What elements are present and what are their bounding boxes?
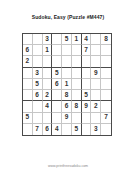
cell-r1c8: [91, 34, 101, 45]
cell-r7c9: [101, 101, 111, 112]
cell-r9c5: [62, 124, 72, 135]
cell-r2c5: [62, 45, 72, 56]
cell-r7c4: [52, 101, 62, 112]
cell-r1c5: 5: [62, 34, 72, 45]
cell-r5c7: [82, 79, 92, 90]
cell-r9c1: [23, 124, 33, 135]
cell-r5c3: [43, 79, 53, 90]
cell-r4c8: 9: [91, 68, 101, 79]
cell-r3c5: [62, 56, 72, 67]
cell-r9c6: 5: [72, 124, 82, 135]
cell-r4c5: [62, 68, 72, 79]
cell-r6c3: 2: [43, 90, 53, 101]
cell-r4c6: [72, 68, 82, 79]
cell-r8c9: 7: [101, 113, 111, 124]
cell-r1c6: 1: [72, 34, 82, 45]
cell-r4c2: 3: [33, 68, 43, 79]
cell-r6c6: [72, 90, 82, 101]
cell-r1c2: [33, 34, 43, 45]
cell-r9c2: 7: [33, 124, 43, 135]
cell-r7c6: 8: [72, 101, 82, 112]
sudoku-board: 35148617235956162854689259776453: [22, 33, 112, 136]
cell-r6c8: [91, 90, 101, 101]
cell-r5c8: [91, 79, 101, 90]
cell-r7c2: [33, 101, 43, 112]
cell-r3c9: [101, 56, 111, 67]
cell-r8c1: 5: [23, 113, 33, 124]
cell-r5c5: 1: [62, 79, 72, 90]
cell-r6c1: [23, 90, 33, 101]
cell-r9c9: [101, 124, 111, 135]
cell-r3c7: [82, 56, 92, 67]
cell-r1c4: [52, 34, 62, 45]
cell-r1c3: 3: [43, 34, 53, 45]
cell-r4c3: [43, 68, 53, 79]
cell-r8c2: [33, 113, 43, 124]
cell-r5c6: [72, 79, 82, 90]
cell-r5c4: 6: [52, 79, 62, 90]
puzzle-title: Sudoku, Easy (Puzzle #M447): [0, 14, 136, 20]
cell-r7c5: 6: [62, 101, 72, 112]
cell-r2c9: [101, 45, 111, 56]
cell-r8c8: [91, 113, 101, 124]
cell-r8c6: [72, 113, 82, 124]
cell-r3c8: [91, 56, 101, 67]
cell-r7c7: 9: [82, 101, 92, 112]
cell-r9c3: 6: [43, 124, 53, 135]
cell-r3c2: [33, 56, 43, 67]
cell-r2c3: 1: [43, 45, 53, 56]
cell-r2c2: [33, 45, 43, 56]
sudoku-page: Sudoku, Easy (Puzzle #M447) 351486172359…: [0, 0, 136, 176]
cell-r7c1: [23, 101, 33, 112]
cell-r4c1: [23, 68, 33, 79]
cell-r3c1: 2: [23, 56, 33, 67]
cell-r2c8: [91, 45, 101, 56]
cell-r9c8: 3: [91, 124, 101, 135]
cell-r6c7: 5: [82, 90, 92, 101]
cell-r6c5: 8: [62, 90, 72, 101]
cell-r5c9: [101, 79, 111, 90]
cell-r8c3: [43, 113, 53, 124]
cell-r5c2: 5: [33, 79, 43, 90]
footer-url: www.printfreesudoku.com: [0, 164, 136, 168]
cell-r8c4: [52, 113, 62, 124]
cell-r7c3: 4: [43, 101, 53, 112]
cell-r1c1: [23, 34, 33, 45]
cell-r4c7: [82, 68, 92, 79]
cell-r1c7: 4: [82, 34, 92, 45]
cell-r9c7: [82, 124, 92, 135]
cell-r7c8: 2: [91, 101, 101, 112]
cell-r9c4: 4: [52, 124, 62, 135]
cell-r3c4: [52, 56, 62, 67]
cell-r8c5: 9: [62, 113, 72, 124]
cell-r2c1: 6: [23, 45, 33, 56]
cell-r4c4: 5: [52, 68, 62, 79]
cell-r2c6: [72, 45, 82, 56]
cell-r6c2: 6: [33, 90, 43, 101]
cell-r3c3: [43, 56, 53, 67]
cell-r2c4: [52, 45, 62, 56]
cell-r4c9: [101, 68, 111, 79]
cell-r6c4: [52, 90, 62, 101]
cell-r3c6: [72, 56, 82, 67]
cell-r5c1: [23, 79, 33, 90]
cell-r1c9: 8: [101, 34, 111, 45]
cell-r8c7: [82, 113, 92, 124]
cell-r6c9: [101, 90, 111, 101]
cell-r2c7: 7: [82, 45, 92, 56]
